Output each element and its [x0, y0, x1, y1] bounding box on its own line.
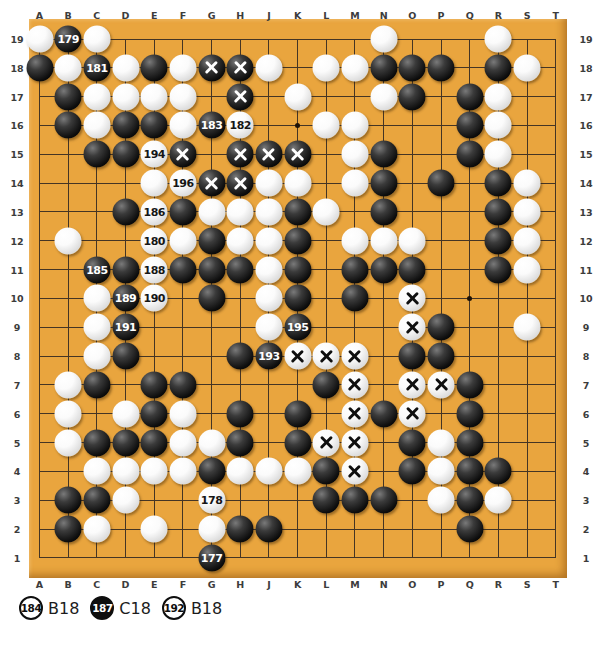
stone-K12[interactable]: [284, 227, 311, 254]
coord-number-left-12: 12: [10, 235, 23, 246]
stone-F18[interactable]: [169, 54, 196, 81]
stone-H2[interactable]: [227, 516, 254, 543]
stone-C4[interactable]: [83, 458, 110, 485]
stone-S12[interactable]: [514, 227, 541, 254]
stone-G16[interactable]: 183: [198, 112, 225, 139]
stone-J12[interactable]: [255, 227, 282, 254]
stone-M5[interactable]: [341, 429, 368, 456]
stone-F12[interactable]: [169, 227, 196, 254]
stone-D4[interactable]: [112, 458, 139, 485]
coord-number-left-14: 14: [10, 178, 23, 189]
stone-K5[interactable]: [284, 429, 311, 456]
stone-C11[interactable]: 185: [83, 256, 110, 283]
stone-E13[interactable]: 186: [141, 198, 168, 225]
stone-L5[interactable]: [313, 429, 340, 456]
stone-O9[interactable]: [399, 314, 426, 341]
coord-number-left-10: 10: [10, 293, 23, 304]
caption-move-number-192: 192: [162, 596, 186, 620]
coord-number-right-15: 15: [579, 149, 592, 160]
stone-N12[interactable]: [370, 227, 397, 254]
stone-E11[interactable]: 188: [141, 256, 168, 283]
stone-H15[interactable]: [227, 141, 254, 168]
stone-D13[interactable]: [112, 198, 139, 225]
stone-G1[interactable]: 177: [198, 544, 225, 571]
coord-letter-top-S: S: [524, 10, 531, 21]
stone-L8[interactable]: [313, 343, 340, 370]
stone-C18[interactable]: 181: [83, 54, 110, 81]
stone-E4[interactable]: [141, 458, 168, 485]
stone-J11[interactable]: [255, 256, 282, 283]
coord-number-right-12: 12: [579, 235, 592, 246]
stone-Q7[interactable]: [456, 371, 483, 398]
stone-Q3[interactable]: [456, 487, 483, 514]
stone-D17[interactable]: [112, 83, 139, 110]
stone-R12[interactable]: [485, 227, 512, 254]
stone-F7[interactable]: [169, 371, 196, 398]
move-number-label: 180: [143, 235, 164, 246]
stone-F14[interactable]: 196: [169, 170, 196, 197]
stone-O11[interactable]: [399, 256, 426, 283]
move-number-label: 177: [201, 552, 222, 563]
move-number-label: 195: [287, 322, 308, 333]
stone-C3[interactable]: [83, 487, 110, 514]
stone-R4[interactable]: [485, 458, 512, 485]
coord-letter-bottom-L: L: [323, 579, 329, 590]
coord-number-right-3: 3: [583, 495, 590, 506]
stone-C5[interactable]: [83, 429, 110, 456]
stone-J10[interactable]: [255, 285, 282, 312]
stone-E6[interactable]: [141, 400, 168, 427]
move-number-label: 188: [143, 264, 164, 275]
stone-K8[interactable]: [284, 343, 311, 370]
stone-N11[interactable]: [370, 256, 397, 283]
move-number-label: 182: [230, 120, 251, 131]
stone-L3[interactable]: [313, 487, 340, 514]
coord-letter-top-T: T: [552, 10, 558, 21]
stone-F16[interactable]: [169, 112, 196, 139]
stone-K13[interactable]: [284, 198, 311, 225]
coord-number-right-8: 8: [583, 351, 590, 362]
stone-H14[interactable]: [227, 170, 254, 197]
stone-H5[interactable]: [227, 429, 254, 456]
stone-B19[interactable]: 179: [55, 26, 82, 53]
stone-P8[interactable]: [428, 343, 455, 370]
stone-J13[interactable]: [255, 198, 282, 225]
stone-L18[interactable]: [313, 54, 340, 81]
stone-R17[interactable]: [485, 83, 512, 110]
stone-C16[interactable]: [83, 112, 110, 139]
coord-number-right-5: 5: [583, 437, 590, 448]
move-number-label: 189: [115, 293, 136, 304]
coord-number-left-18: 18: [10, 62, 23, 73]
stone-E15[interactable]: 194: [141, 141, 168, 168]
coord-number-left-4: 4: [14, 466, 21, 477]
stone-E12[interactable]: 180: [141, 227, 168, 254]
stone-K11[interactable]: [284, 256, 311, 283]
stone-N17[interactable]: [370, 83, 397, 110]
stone-N6[interactable]: [370, 400, 397, 427]
move-number-label: 194: [143, 149, 164, 160]
stone-P3[interactable]: [428, 487, 455, 514]
coord-number-left-15: 15: [10, 149, 23, 160]
stone-H17[interactable]: [227, 83, 254, 110]
stone-M18[interactable]: [341, 54, 368, 81]
move-number-label: 191: [115, 322, 136, 333]
stone-J9[interactable]: [255, 314, 282, 341]
coord-number-left-17: 17: [10, 91, 23, 102]
coord-number-right-14: 14: [579, 178, 592, 189]
stone-D16[interactable]: [112, 112, 139, 139]
stone-M6[interactable]: [341, 400, 368, 427]
coord-letter-bottom-J: J: [267, 579, 271, 590]
stone-F11[interactable]: [169, 256, 196, 283]
stone-G14[interactable]: [198, 170, 225, 197]
stone-G11[interactable]: [198, 256, 225, 283]
coord-letter-top-C: C: [93, 10, 100, 21]
coord-letter-top-K: K: [294, 10, 301, 21]
stone-P5[interactable]: [428, 429, 455, 456]
stone-L13[interactable]: [313, 198, 340, 225]
stone-K15[interactable]: [284, 141, 311, 168]
coord-letter-top-N: N: [380, 10, 388, 21]
stone-R15[interactable]: [485, 141, 512, 168]
stone-D9[interactable]: 191: [112, 314, 139, 341]
caption-move-point: B18: [48, 599, 79, 618]
move-number-label: 193: [258, 351, 279, 362]
stone-M11[interactable]: [341, 256, 368, 283]
grid-line-vertical: [383, 39, 384, 559]
stone-K6[interactable]: [284, 400, 311, 427]
stone-N15[interactable]: [370, 141, 397, 168]
stone-R18[interactable]: [485, 54, 512, 81]
stone-P18[interactable]: [428, 54, 455, 81]
star-point-K16: [295, 123, 300, 128]
coord-letter-bottom-T: T: [552, 579, 558, 590]
stone-R13[interactable]: [485, 198, 512, 225]
stone-R16[interactable]: [485, 112, 512, 139]
coord-letter-bottom-Q: Q: [466, 579, 474, 590]
move-number-label: 185: [86, 264, 107, 275]
stone-O18[interactable]: [399, 54, 426, 81]
move-number-label: 186: [143, 206, 164, 217]
star-point-Q10: [467, 296, 472, 301]
coord-letter-bottom-B: B: [65, 579, 72, 590]
stone-B6[interactable]: [55, 400, 82, 427]
move-caption: 184B18187C18192B18: [19, 594, 228, 622]
coord-letter-bottom-S: S: [524, 579, 531, 590]
coord-number-left-2: 2: [14, 524, 21, 535]
coord-letter-bottom-E: E: [151, 579, 158, 590]
stone-H16[interactable]: 182: [227, 112, 254, 139]
stone-K14[interactable]: [284, 170, 311, 197]
stone-P7[interactable]: [428, 371, 455, 398]
stone-R19[interactable]: [485, 26, 512, 53]
coord-letter-bottom-M: M: [350, 579, 359, 590]
kifu-diagram: AABBCCDDEEFFGGHHJJKKLLMMNNOOPPQQRRSSTT19…: [0, 0, 600, 645]
stone-F15[interactable]: [169, 141, 196, 168]
stone-D10[interactable]: 189: [112, 285, 139, 312]
coord-letter-bottom-N: N: [380, 579, 388, 590]
coord-number-right-18: 18: [579, 62, 592, 73]
coord-number-left-8: 8: [14, 351, 21, 362]
stone-H13[interactable]: [227, 198, 254, 225]
stone-P4[interactable]: [428, 458, 455, 485]
stone-F6[interactable]: [169, 400, 196, 427]
coord-letter-bottom-G: G: [208, 579, 216, 590]
stone-J18[interactable]: [255, 54, 282, 81]
stone-D3[interactable]: [112, 487, 139, 514]
caption-move-number-184: 184: [19, 596, 43, 620]
stone-M14[interactable]: [341, 170, 368, 197]
coord-number-left-3: 3: [14, 495, 21, 506]
stone-Q4[interactable]: [456, 458, 483, 485]
stone-O17[interactable]: [399, 83, 426, 110]
stone-O12[interactable]: [399, 227, 426, 254]
stone-E5[interactable]: [141, 429, 168, 456]
stone-H8[interactable]: [227, 343, 254, 370]
stone-D8[interactable]: [112, 343, 139, 370]
grid-line-vertical: [555, 39, 556, 559]
stone-E17[interactable]: [141, 83, 168, 110]
coord-number-right-9: 9: [583, 322, 590, 333]
coord-letter-top-J: J: [267, 10, 271, 21]
stone-B12[interactable]: [55, 227, 82, 254]
caption-move-number-187: 187: [90, 596, 114, 620]
stone-M7[interactable]: [341, 371, 368, 398]
grid-line-vertical: [527, 39, 528, 559]
grid-line-horizontal: [39, 557, 556, 558]
stone-E16[interactable]: [141, 112, 168, 139]
coord-number-right-10: 10: [579, 293, 592, 304]
stone-Q17[interactable]: [456, 83, 483, 110]
stone-H18[interactable]: [227, 54, 254, 81]
stone-K17[interactable]: [284, 83, 311, 110]
coord-letter-top-M: M: [350, 10, 359, 21]
coord-letter-top-A: A: [36, 10, 43, 21]
stone-A19[interactable]: [26, 26, 53, 53]
coord-letter-bottom-C: C: [93, 579, 100, 590]
stone-E14[interactable]: [141, 170, 168, 197]
coord-letter-top-P: P: [438, 10, 445, 21]
stone-R3[interactable]: [485, 487, 512, 514]
stone-J15[interactable]: [255, 141, 282, 168]
stone-D18[interactable]: [112, 54, 139, 81]
stone-O5[interactable]: [399, 429, 426, 456]
stone-M15[interactable]: [341, 141, 368, 168]
stone-C10[interactable]: [83, 285, 110, 312]
move-number-label: 178: [201, 495, 222, 506]
coord-number-right-7: 7: [583, 379, 590, 390]
stone-C2[interactable]: [83, 516, 110, 543]
stone-O8[interactable]: [399, 343, 426, 370]
coord-number-left-7: 7: [14, 379, 21, 390]
coord-letter-top-F: F: [180, 10, 187, 21]
stone-N19[interactable]: [370, 26, 397, 53]
coord-letter-bottom-K: K: [294, 579, 301, 590]
coord-number-right-16: 16: [579, 120, 592, 131]
stone-B3[interactable]: [55, 487, 82, 514]
stone-R11[interactable]: [485, 256, 512, 283]
coord-number-left-13: 13: [10, 206, 23, 217]
move-number-label: 190: [143, 293, 164, 304]
coord-number-right-11: 11: [579, 264, 592, 275]
stone-F4[interactable]: [169, 458, 196, 485]
stone-O10[interactable]: [399, 285, 426, 312]
coord-number-right-1: 1: [583, 552, 590, 563]
stone-Q15[interactable]: [456, 141, 483, 168]
coord-number-right-4: 4: [583, 466, 590, 477]
stone-N18[interactable]: [370, 54, 397, 81]
stone-E7[interactable]: [141, 371, 168, 398]
coord-letter-top-L: L: [323, 10, 329, 21]
coord-letter-bottom-H: H: [236, 579, 244, 590]
move-number-label: 179: [57, 34, 78, 45]
coord-letter-bottom-F: F: [180, 579, 187, 590]
move-number-label: 196: [172, 178, 193, 189]
stone-R14[interactable]: [485, 170, 512, 197]
stone-Q16[interactable]: [456, 112, 483, 139]
move-number-label: 181: [86, 62, 107, 73]
stone-E18[interactable]: [141, 54, 168, 81]
stone-D5[interactable]: [112, 429, 139, 456]
coord-letter-bottom-R: R: [495, 579, 502, 590]
stone-M3[interactable]: [341, 487, 368, 514]
coord-number-left-9: 9: [14, 322, 21, 333]
stone-O6[interactable]: [399, 400, 426, 427]
stone-D6[interactable]: [112, 400, 139, 427]
stone-C8[interactable]: [83, 343, 110, 370]
stone-P14[interactable]: [428, 170, 455, 197]
stone-M16[interactable]: [341, 112, 368, 139]
caption-move-point: C18: [119, 599, 151, 618]
stone-K10[interactable]: [284, 285, 311, 312]
stone-H6[interactable]: [227, 400, 254, 427]
stone-K4[interactable]: [284, 458, 311, 485]
coord-letter-top-E: E: [151, 10, 158, 21]
stone-C17[interactable]: [83, 83, 110, 110]
stone-A18[interactable]: [26, 54, 53, 81]
stone-D11[interactable]: [112, 256, 139, 283]
stone-M8[interactable]: [341, 343, 368, 370]
stone-F13[interactable]: [169, 198, 196, 225]
coord-letter-top-D: D: [122, 10, 130, 21]
stone-N14[interactable]: [370, 170, 397, 197]
stone-S9[interactable]: [514, 314, 541, 341]
stone-M12[interactable]: [341, 227, 368, 254]
stone-G10[interactable]: [198, 285, 225, 312]
coord-letter-bottom-D: D: [122, 579, 130, 590]
stone-F5[interactable]: [169, 429, 196, 456]
stone-H4[interactable]: [227, 458, 254, 485]
coord-letter-bottom-P: P: [438, 579, 445, 590]
stone-G2[interactable]: [198, 516, 225, 543]
stone-S13[interactable]: [514, 198, 541, 225]
coord-number-right-19: 19: [579, 34, 592, 45]
move-number-label: 183: [201, 120, 222, 131]
stone-P9[interactable]: [428, 314, 455, 341]
stone-Q6[interactable]: [456, 400, 483, 427]
coord-number-right-17: 17: [579, 91, 592, 102]
stone-Q5[interactable]: [456, 429, 483, 456]
stone-J14[interactable]: [255, 170, 282, 197]
stone-S11[interactable]: [514, 256, 541, 283]
stone-J2[interactable]: [255, 516, 282, 543]
stone-M4[interactable]: [341, 458, 368, 485]
stone-G5[interactable]: [198, 429, 225, 456]
coord-number-left-1: 1: [14, 552, 21, 563]
stone-J4[interactable]: [255, 458, 282, 485]
stone-G18[interactable]: [198, 54, 225, 81]
stone-G12[interactable]: [198, 227, 225, 254]
stone-C19[interactable]: [83, 26, 110, 53]
coord-letter-top-O: O: [408, 10, 416, 21]
stone-C7[interactable]: [83, 371, 110, 398]
coord-number-right-2: 2: [583, 524, 590, 535]
coord-letter-top-B: B: [65, 10, 72, 21]
stone-B5[interactable]: [55, 429, 82, 456]
coord-number-left-5: 5: [14, 437, 21, 448]
coord-number-left-11: 11: [10, 264, 23, 275]
stone-L7[interactable]: [313, 371, 340, 398]
stone-J8[interactable]: 193: [255, 343, 282, 370]
stone-K9[interactable]: 195: [284, 314, 311, 341]
caption-move-point: B18: [191, 599, 222, 618]
stone-B17[interactable]: [55, 83, 82, 110]
stone-C9[interactable]: [83, 314, 110, 341]
stone-S18[interactable]: [514, 54, 541, 81]
stone-Q2[interactable]: [456, 516, 483, 543]
coord-letter-bottom-A: A: [36, 579, 43, 590]
stone-G13[interactable]: [198, 198, 225, 225]
coord-letter-top-G: G: [208, 10, 216, 21]
coord-number-left-19: 19: [10, 34, 23, 45]
coord-number-left-6: 6: [14, 408, 21, 419]
stone-O4[interactable]: [399, 458, 426, 485]
stone-C15[interactable]: [83, 141, 110, 168]
stone-D15[interactable]: [112, 141, 139, 168]
stone-G4[interactable]: [198, 458, 225, 485]
stone-H12[interactable]: [227, 227, 254, 254]
coord-number-right-13: 13: [579, 206, 592, 217]
coord-letter-top-R: R: [495, 10, 502, 21]
coord-number-left-16: 16: [10, 120, 23, 131]
coord-letter-top-Q: Q: [466, 10, 474, 21]
stone-B16[interactable]: [55, 112, 82, 139]
stone-N13[interactable]: [370, 198, 397, 225]
stone-L16[interactable]: [313, 112, 340, 139]
coord-letter-top-H: H: [236, 10, 244, 21]
stone-F17[interactable]: [169, 83, 196, 110]
stone-H11[interactable]: [227, 256, 254, 283]
stone-M10[interactable]: [341, 285, 368, 312]
stone-L4[interactable]: [313, 458, 340, 485]
coord-letter-bottom-O: O: [408, 579, 416, 590]
stone-E10[interactable]: 190: [141, 285, 168, 312]
stone-B2[interactable]: [55, 516, 82, 543]
stone-B7[interactable]: [55, 371, 82, 398]
stone-S14[interactable]: [514, 170, 541, 197]
stone-N3[interactable]: [370, 487, 397, 514]
stone-E2[interactable]: [141, 516, 168, 543]
stone-O7[interactable]: [399, 371, 426, 398]
stone-G3[interactable]: 178: [198, 487, 225, 514]
stone-B18[interactable]: [55, 54, 82, 81]
coord-number-right-6: 6: [583, 408, 590, 419]
